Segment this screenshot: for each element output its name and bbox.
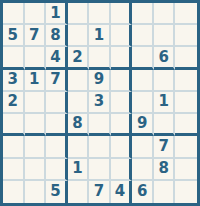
cell-r5c3[interactable] xyxy=(46,92,68,114)
cell-r8c8[interactable]: 8 xyxy=(154,159,176,181)
cell-r4c1[interactable]: 3 xyxy=(3,70,25,92)
cell-r3c7[interactable] xyxy=(132,47,154,69)
cell-r6c6[interactable] xyxy=(111,114,133,136)
given-digit: 1 xyxy=(50,6,60,21)
cell-r9c5[interactable]: 7 xyxy=(89,181,111,203)
given-digit: 1 xyxy=(29,72,39,87)
given-digit: 1 xyxy=(94,28,104,43)
cell-r2c6[interactable] xyxy=(111,25,133,47)
cell-r3c9[interactable] xyxy=(175,47,197,69)
given-digit: 6 xyxy=(158,50,168,65)
cell-r5c7[interactable] xyxy=(132,92,154,114)
given-digit: 6 xyxy=(137,184,147,199)
cell-r8c6[interactable] xyxy=(111,159,133,181)
given-digit: 9 xyxy=(137,116,147,131)
cell-r6c8[interactable] xyxy=(154,114,176,136)
cell-r1c5[interactable] xyxy=(89,3,111,25)
cell-r4c5[interactable]: 9 xyxy=(89,70,111,92)
cell-r3c2[interactable] xyxy=(25,47,47,69)
cell-r5c4[interactable] xyxy=(68,92,90,114)
cell-r6c2[interactable] xyxy=(25,114,47,136)
given-digit: 5 xyxy=(8,28,18,43)
cell-r7c2[interactable] xyxy=(25,136,47,158)
cell-r1c4[interactable] xyxy=(68,3,90,25)
cell-r4c6[interactable] xyxy=(111,70,133,92)
cell-r3c8[interactable]: 6 xyxy=(154,47,176,69)
cell-r4c9[interactable] xyxy=(175,70,197,92)
cell-r7c4[interactable] xyxy=(68,136,90,158)
cell-r2c4[interactable] xyxy=(68,25,90,47)
cell-r8c5[interactable] xyxy=(89,159,111,181)
cell-r2c8[interactable] xyxy=(154,25,176,47)
cell-r4c2[interactable]: 1 xyxy=(25,70,47,92)
cell-r3c3[interactable]: 4 xyxy=(46,47,68,69)
cell-r1c1[interactable] xyxy=(3,3,25,25)
cell-r7c8[interactable]: 7 xyxy=(154,136,176,158)
cell-r3c1[interactable] xyxy=(3,47,25,69)
cell-r7c9[interactable] xyxy=(175,136,197,158)
cell-r3c6[interactable] xyxy=(111,47,133,69)
cell-r2c1[interactable]: 5 xyxy=(3,25,25,47)
cell-r5c9[interactable] xyxy=(175,92,197,114)
cell-r4c4[interactable] xyxy=(68,70,90,92)
cell-r6c7[interactable]: 9 xyxy=(132,114,154,136)
given-digit: 5 xyxy=(50,184,60,199)
cell-r5c8[interactable]: 1 xyxy=(154,92,176,114)
cell-r6c4[interactable]: 8 xyxy=(68,114,90,136)
cell-r7c7[interactable] xyxy=(132,136,154,158)
cell-r2c2[interactable]: 7 xyxy=(25,25,47,47)
cell-r2c5[interactable]: 1 xyxy=(89,25,111,47)
cell-r8c1[interactable] xyxy=(3,159,25,181)
cell-r4c3[interactable]: 7 xyxy=(46,70,68,92)
given-digit: 7 xyxy=(158,139,168,154)
given-digit: 2 xyxy=(72,50,82,65)
cell-r6c9[interactable] xyxy=(175,114,197,136)
cell-r1c9[interactable] xyxy=(175,3,197,25)
cell-r8c7[interactable] xyxy=(132,159,154,181)
cell-r7c1[interactable] xyxy=(3,136,25,158)
cell-r8c3[interactable] xyxy=(46,159,68,181)
cell-r9c6[interactable]: 4 xyxy=(111,181,133,203)
cell-r9c1[interactable] xyxy=(3,181,25,203)
cell-r2c3[interactable]: 8 xyxy=(46,25,68,47)
given-digit: 3 xyxy=(8,72,18,87)
cell-r3c4[interactable]: 2 xyxy=(68,47,90,69)
given-digit: 7 xyxy=(94,184,104,199)
given-digit: 7 xyxy=(29,28,39,43)
cell-r1c7[interactable] xyxy=(132,3,154,25)
cell-r1c8[interactable] xyxy=(154,3,176,25)
cell-r9c7[interactable]: 6 xyxy=(132,181,154,203)
given-digit: 1 xyxy=(72,161,82,176)
cell-r9c3[interactable]: 5 xyxy=(46,181,68,203)
cell-r7c6[interactable] xyxy=(111,136,133,158)
cell-r9c2[interactable] xyxy=(25,181,47,203)
cell-r8c2[interactable] xyxy=(25,159,47,181)
cell-r7c3[interactable] xyxy=(46,136,68,158)
cell-r5c2[interactable] xyxy=(25,92,47,114)
given-digit: 2 xyxy=(8,94,18,109)
cell-r8c9[interactable] xyxy=(175,159,197,181)
cell-r2c9[interactable] xyxy=(175,25,197,47)
cell-r9c8[interactable] xyxy=(154,181,176,203)
cell-r5c5[interactable]: 3 xyxy=(89,92,111,114)
cell-r7c5[interactable] xyxy=(89,136,111,158)
cell-r9c4[interactable] xyxy=(68,181,90,203)
cell-r5c6[interactable] xyxy=(111,92,133,114)
given-digit: 1 xyxy=(158,94,168,109)
sudoku-board: 157814263179231897185746 xyxy=(0,0,200,206)
cell-r6c3[interactable] xyxy=(46,114,68,136)
cell-r4c7[interactable] xyxy=(132,70,154,92)
cell-r2c7[interactable] xyxy=(132,25,154,47)
cell-r8c4[interactable]: 1 xyxy=(68,159,90,181)
given-digit: 7 xyxy=(50,72,60,87)
cell-r9c9[interactable] xyxy=(175,181,197,203)
given-digit: 8 xyxy=(72,116,82,131)
cell-r4c8[interactable] xyxy=(154,70,176,92)
given-digit: 4 xyxy=(115,184,125,199)
cell-r1c3[interactable]: 1 xyxy=(46,3,68,25)
cell-r6c1[interactable] xyxy=(3,114,25,136)
given-digit: 9 xyxy=(94,72,104,87)
cell-r1c2[interactable] xyxy=(25,3,47,25)
given-digit: 4 xyxy=(50,50,60,65)
given-digit: 8 xyxy=(50,28,60,43)
cell-r3c5[interactable] xyxy=(89,47,111,69)
cell-r1c6[interactable] xyxy=(111,3,133,25)
given-digit: 3 xyxy=(94,94,104,109)
cell-r6c5[interactable] xyxy=(89,114,111,136)
given-digit: 8 xyxy=(158,161,168,176)
cell-r5c1[interactable]: 2 xyxy=(3,92,25,114)
